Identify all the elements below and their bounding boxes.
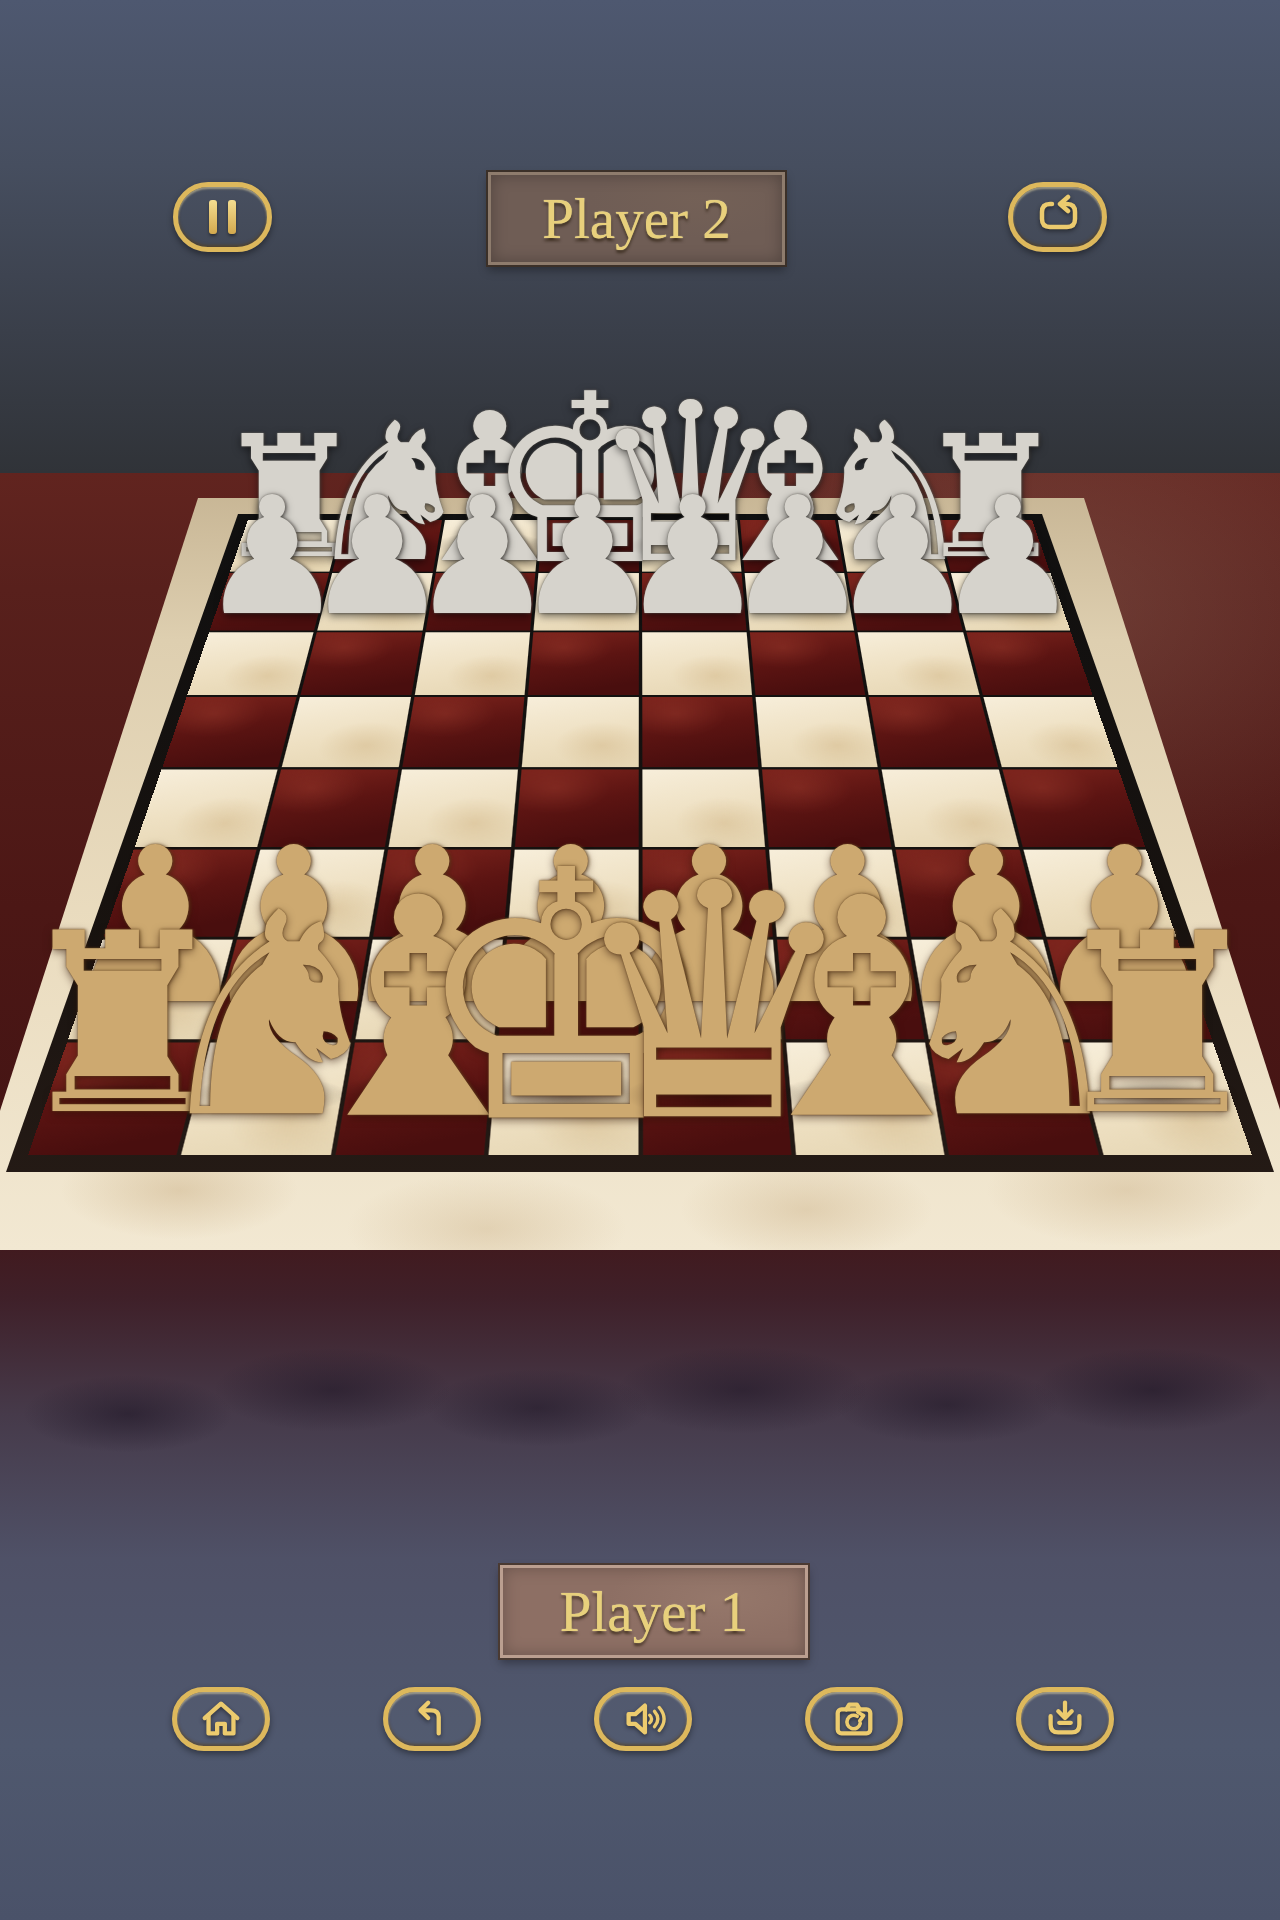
camera-flip-icon: [831, 1696, 877, 1742]
save-button[interactable]: [1016, 1687, 1114, 1751]
piece-silver-pawn-h7[interactable]: ♟: [935, 474, 1081, 637]
sound-on-icon: [620, 1696, 666, 1742]
home-icon: [198, 1696, 244, 1742]
rotate-board-button[interactable]: [1008, 182, 1107, 252]
player2-name: Player 2: [542, 186, 730, 251]
player1-name: Player 1: [560, 1579, 748, 1644]
player2-nameplate: Player 2: [488, 172, 785, 265]
home-button[interactable]: [172, 1687, 270, 1751]
save-download-icon: [1042, 1696, 1088, 1742]
bottom-toolbar: [172, 1687, 1108, 1751]
piece-gold-rook-h1[interactable]: ♜: [1046, 901, 1269, 1150]
pause-icon: [209, 200, 236, 234]
rotate-board-icon: [1033, 193, 1083, 241]
player1-nameplate: Player 1: [500, 1565, 808, 1658]
chess-app-screen: ♜♞♝♚♛♝♞♜♟♟♟♟♟♟♟♟♟♟♟♟♟♟♟♟♜♞♝♚♛♝♞♜ Player …: [0, 0, 1280, 1920]
pause-button[interactable]: [173, 182, 272, 252]
undo-icon: [409, 1696, 455, 1742]
undo-button[interactable]: [383, 1687, 481, 1751]
sound-button[interactable]: [594, 1687, 692, 1751]
camera-button[interactable]: [805, 1687, 903, 1751]
